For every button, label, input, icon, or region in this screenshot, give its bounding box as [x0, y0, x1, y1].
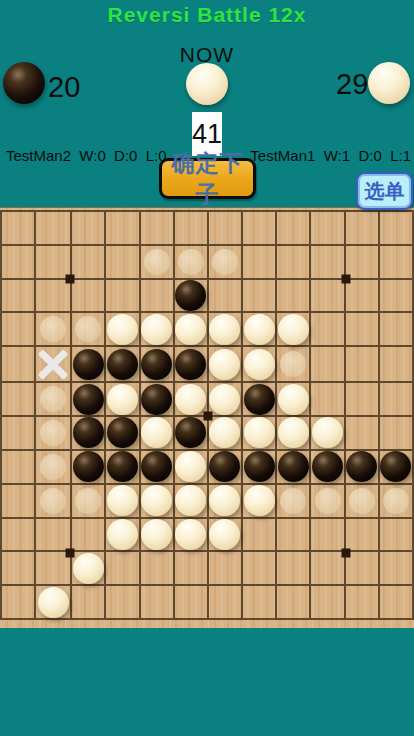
board-cell[interactable] [243, 280, 277, 314]
board-cell[interactable] [277, 383, 311, 417]
board-cell[interactable] [380, 212, 414, 246]
board-cell[interactable] [175, 246, 209, 280]
black-disc [141, 349, 172, 380]
legal-move-hint [178, 249, 204, 275]
white-disc [244, 349, 275, 380]
player-left-stats: TestMan2 W:0 D:0 L:0 [6, 147, 167, 164]
board-cell[interactable] [72, 212, 106, 246]
board-cell[interactable] [346, 313, 380, 347]
board-cell[interactable] [2, 313, 36, 347]
board-cell[interactable] [209, 485, 243, 519]
selected-move-x-marker [36, 347, 70, 381]
board-cell[interactable] [277, 280, 311, 314]
white-disc [209, 349, 240, 380]
white-disc [107, 519, 138, 550]
board-cell[interactable] [141, 552, 175, 586]
white-disc [278, 314, 309, 345]
legal-move-hint [144, 249, 170, 275]
black-score: 20 [48, 71, 80, 104]
board-cell[interactable] [346, 417, 380, 451]
black-disc [175, 417, 206, 448]
board-cell[interactable] [209, 383, 243, 417]
white-disc [209, 417, 240, 448]
board-cell[interactable] [106, 246, 140, 280]
board-cell[interactable] [141, 417, 175, 451]
black-disc [209, 451, 240, 482]
board-cell[interactable] [106, 313, 140, 347]
board-cell[interactable] [277, 347, 311, 383]
app-title: Reversi Battle 12x [0, 3, 414, 27]
star-point [342, 275, 351, 284]
board-cell[interactable] [175, 417, 209, 451]
board-cell[interactable] [243, 519, 277, 553]
board-cell[interactable] [380, 383, 414, 417]
white-disc [175, 451, 206, 482]
board-cell[interactable] [346, 485, 380, 519]
black-disc [141, 451, 172, 482]
legal-move-hint [40, 488, 66, 514]
legal-move-hint [40, 386, 66, 412]
white-disc [107, 485, 138, 516]
black-score-stone-icon [3, 62, 45, 104]
board-cell[interactable] [209, 451, 243, 485]
board-cell[interactable] [277, 519, 311, 553]
board-cell[interactable] [36, 347, 72, 383]
board-cell[interactable] [106, 212, 140, 246]
board-cell[interactable] [346, 383, 380, 417]
board-cell[interactable] [72, 313, 106, 347]
board-cell[interactable] [311, 246, 345, 280]
board-cell[interactable] [243, 485, 277, 519]
board-cell[interactable] [175, 280, 209, 314]
board-cell[interactable] [2, 246, 36, 280]
board-cell[interactable] [141, 586, 175, 620]
legal-move-hint [75, 488, 101, 514]
board-cell[interactable] [72, 280, 106, 314]
board-cell[interactable] [175, 586, 209, 620]
board-cell[interactable] [277, 417, 311, 451]
board-cell[interactable] [106, 451, 140, 485]
board-cell[interactable] [106, 586, 140, 620]
board-cell[interactable] [209, 246, 243, 280]
board-cell[interactable] [346, 552, 380, 586]
board-cell[interactable] [72, 485, 106, 519]
board-cell[interactable] [311, 383, 345, 417]
player-right-stats: TestMan1 W:1 D:0 L:1 [250, 147, 411, 164]
black-disc [107, 349, 138, 380]
star-point [66, 548, 75, 557]
board-cell[interactable] [311, 586, 345, 620]
board-cell[interactable] [209, 313, 243, 347]
board-cell[interactable] [141, 347, 175, 383]
board-cell[interactable] [72, 552, 106, 586]
board-cell[interactable] [243, 552, 277, 586]
board-cell[interactable] [277, 586, 311, 620]
board-cell[interactable] [106, 485, 140, 519]
app-screen: Reversi Battle 12x NOW 20 29 41 TestMan2… [0, 0, 414, 736]
confirm-move-button[interactable]: 确定下子 [159, 158, 256, 199]
star-point [342, 548, 351, 557]
board-cell[interactable] [36, 417, 72, 451]
legal-move-hint [315, 488, 341, 514]
board-cell[interactable] [36, 212, 72, 246]
legal-move-hint [75, 316, 101, 342]
board-cell[interactable] [243, 347, 277, 383]
board-cell[interactable] [311, 212, 345, 246]
white-disc [209, 384, 240, 415]
board-cell[interactable] [72, 586, 106, 620]
board-cell[interactable] [141, 280, 175, 314]
legal-move-hint [280, 351, 306, 377]
white-disc [175, 314, 206, 345]
board-cell[interactable] [277, 485, 311, 519]
board-cell[interactable] [106, 417, 140, 451]
board-cell[interactable] [36, 313, 72, 347]
board-cell[interactable] [311, 552, 345, 586]
board-cell[interactable] [380, 246, 414, 280]
board-cell[interactable] [380, 280, 414, 314]
board-cell[interactable] [175, 451, 209, 485]
board-cell[interactable] [36, 485, 72, 519]
board-cell[interactable] [36, 552, 72, 586]
black-disc [380, 451, 411, 482]
board-cell[interactable] [380, 417, 414, 451]
board-cell[interactable] [2, 417, 36, 451]
board-cell[interactable] [311, 280, 345, 314]
white-disc [107, 314, 138, 345]
legal-move-hint [212, 249, 238, 275]
board-cell[interactable] [141, 313, 175, 347]
board-cell[interactable] [141, 485, 175, 519]
star-point [204, 412, 213, 421]
black-disc [73, 349, 104, 380]
board-cell[interactable] [72, 417, 106, 451]
white-disc [175, 519, 206, 550]
board-cell[interactable] [141, 212, 175, 246]
board-cell[interactable] [106, 519, 140, 553]
board-cell[interactable] [2, 519, 36, 553]
board-cell[interactable] [175, 552, 209, 586]
board-cell[interactable] [72, 519, 106, 553]
white-disc [244, 314, 275, 345]
white-disc [312, 417, 343, 448]
board-cell[interactable] [36, 280, 72, 314]
black-disc [346, 451, 377, 482]
board-cell[interactable] [243, 451, 277, 485]
board-cell[interactable] [243, 417, 277, 451]
board-cell[interactable] [72, 246, 106, 280]
board-cell[interactable] [2, 485, 36, 519]
legal-move-hint [40, 454, 66, 480]
board-cell[interactable] [175, 212, 209, 246]
board-cell[interactable] [311, 313, 345, 347]
game-board [0, 207, 414, 628]
board-cell[interactable] [209, 586, 243, 620]
white-disc [107, 384, 138, 415]
black-disc [244, 384, 275, 415]
board-cell[interactable] [2, 552, 36, 586]
white-disc [209, 314, 240, 345]
board-cell[interactable] [106, 347, 140, 383]
menu-button[interactable]: 选单 [356, 172, 413, 210]
black-disc [73, 417, 104, 448]
board-cell[interactable] [175, 519, 209, 553]
board-cell[interactable] [2, 347, 36, 383]
white-disc [175, 384, 206, 415]
board-cell[interactable] [2, 383, 36, 417]
board-cell[interactable] [243, 212, 277, 246]
board-cell[interactable] [106, 383, 140, 417]
board-cell[interactable] [277, 451, 311, 485]
board-cell[interactable] [175, 313, 209, 347]
board-cell[interactable] [106, 280, 140, 314]
black-disc [175, 349, 206, 380]
board-cell[interactable] [141, 383, 175, 417]
board-cell[interactable] [277, 313, 311, 347]
board-cell[interactable] [243, 313, 277, 347]
board-cell[interactable] [175, 485, 209, 519]
black-disc [141, 384, 172, 415]
white-disc [209, 485, 240, 516]
white-disc [244, 485, 275, 516]
black-disc [175, 280, 206, 311]
board-cell[interactable] [209, 280, 243, 314]
white-disc [38, 587, 69, 618]
board-cell[interactable] [72, 383, 106, 417]
legal-move-hint [40, 316, 66, 342]
board-cell[interactable] [243, 586, 277, 620]
white-disc [141, 519, 172, 550]
black-disc [278, 451, 309, 482]
board-cell[interactable] [106, 552, 140, 586]
board-cell[interactable] [209, 552, 243, 586]
board-cell[interactable] [277, 212, 311, 246]
board-cell[interactable] [243, 383, 277, 417]
white-disc [244, 417, 275, 448]
board-cell[interactable] [209, 417, 243, 451]
board-cell[interactable] [311, 417, 345, 451]
board-cell[interactable] [72, 347, 106, 383]
board-cell[interactable] [346, 586, 380, 620]
board-cell[interactable] [72, 451, 106, 485]
board-cell[interactable] [141, 451, 175, 485]
board-cell[interactable] [380, 347, 414, 383]
white-disc [175, 485, 206, 516]
white-score: 29 [336, 68, 368, 101]
white-disc [141, 485, 172, 516]
black-disc [312, 451, 343, 482]
legal-move-hint [280, 488, 306, 514]
board-cell[interactable] [380, 552, 414, 586]
board-cell[interactable] [36, 586, 72, 620]
legal-move-hint [349, 488, 375, 514]
white-score-stone-icon [368, 62, 410, 104]
white-disc [141, 314, 172, 345]
board-cell[interactable] [209, 347, 243, 383]
black-disc [107, 451, 138, 482]
board-cell[interactable] [36, 451, 72, 485]
board-cell[interactable] [141, 519, 175, 553]
black-disc [73, 451, 104, 482]
board-cell[interactable] [2, 586, 36, 620]
turn-stone-icon [186, 63, 228, 105]
black-disc [73, 384, 104, 415]
board-cell[interactable] [380, 313, 414, 347]
board-cell[interactable] [311, 485, 345, 519]
black-disc [107, 417, 138, 448]
board-cell[interactable] [277, 552, 311, 586]
white-disc [278, 384, 309, 415]
board-cell[interactable] [209, 212, 243, 246]
legal-move-hint [40, 420, 66, 446]
board-cell[interactable] [346, 246, 380, 280]
board-cell[interactable] [346, 519, 380, 553]
white-disc [73, 553, 104, 584]
board-cell[interactable] [346, 451, 380, 485]
board-cell[interactable] [311, 347, 345, 383]
legal-move-hint [383, 488, 409, 514]
board-cell[interactable] [346, 347, 380, 383]
board-cell[interactable] [277, 246, 311, 280]
white-disc [209, 519, 240, 550]
board-cell[interactable] [2, 280, 36, 314]
board-cell[interactable] [243, 246, 277, 280]
board-cell[interactable] [209, 519, 243, 553]
board-cell[interactable] [175, 347, 209, 383]
board-cell[interactable] [36, 383, 72, 417]
board-cell[interactable] [311, 519, 345, 553]
board-cell[interactable] [346, 280, 380, 314]
black-disc [244, 451, 275, 482]
board-cell[interactable] [380, 451, 414, 485]
board-cell[interactable] [380, 519, 414, 553]
white-disc [278, 417, 309, 448]
board-cell[interactable] [2, 212, 36, 246]
white-disc [141, 417, 172, 448]
board-cell[interactable] [346, 212, 380, 246]
star-point [66, 275, 75, 284]
board-cell[interactable] [2, 451, 36, 485]
board-cell[interactable] [380, 485, 414, 519]
board-cell[interactable] [380, 586, 414, 620]
board-cell[interactable] [311, 451, 345, 485]
board-cell[interactable] [141, 246, 175, 280]
